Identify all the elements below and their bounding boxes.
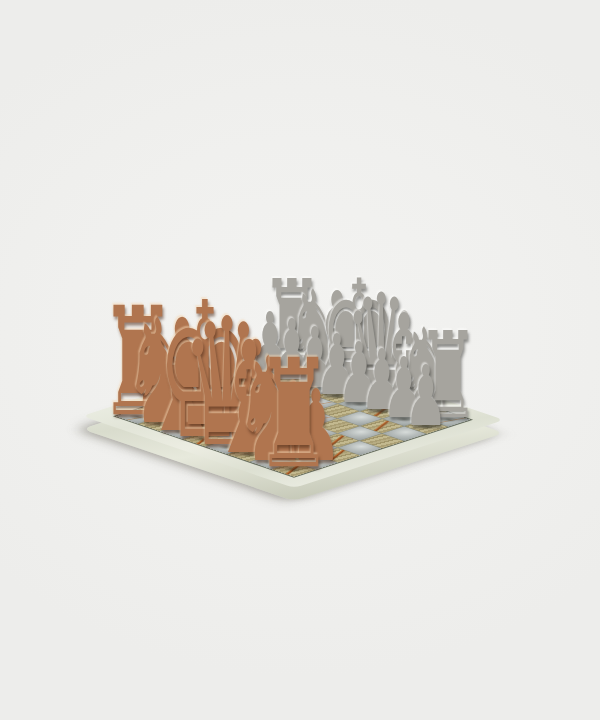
product-photo-background: ♜♞♝♛♚♝♞♜♟♟♟♟♟♟♟♟♟♟♟♟♟♟♟♟♜♞♝♛♚♝♞♜ (0, 0, 600, 720)
silver-pawn: ♟ (404, 355, 448, 439)
copper-rook: ♜ (255, 341, 333, 491)
